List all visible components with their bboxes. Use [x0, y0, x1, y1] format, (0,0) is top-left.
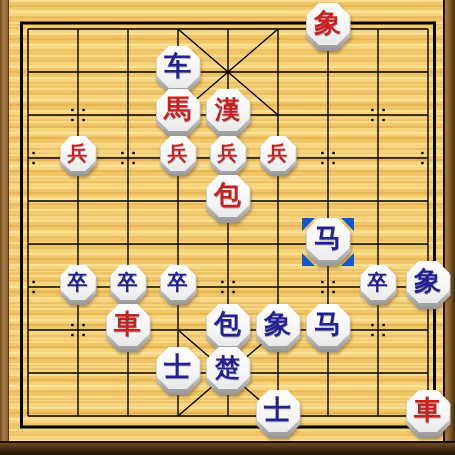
- piece-red-soldier[interactable]: 兵: [210, 136, 247, 176]
- piece-red-soldier[interactable]: 兵: [260, 136, 297, 176]
- piece-glyph-soldier: 兵: [60, 137, 96, 169]
- piece-glyph-soldier: 卒: [110, 266, 146, 298]
- piece-glyph-soldier: 兵: [160, 137, 196, 169]
- piece-blue-horse[interactable]: 马: [306, 218, 351, 266]
- piece-glyph-horse: 马: [306, 219, 350, 258]
- piece-glyph-chariot: 車: [106, 305, 150, 344]
- piece-red-horse[interactable]: 馬: [156, 89, 201, 137]
- piece-glyph-chariot: 车: [156, 47, 200, 86]
- piece-blue-chariot[interactable]: 车: [156, 46, 201, 94]
- piece-red-chariot[interactable]: 車: [406, 390, 451, 438]
- piece-glyph-horse: 马: [306, 305, 350, 344]
- piece-glyph-advisor: 士: [256, 391, 300, 430]
- xiangqi-board[interactable]: 象车馬漢兵兵兵兵包马卒卒卒卒象車包象马士楚士車: [0, 0, 455, 455]
- piece-blue-elephant[interactable]: 象: [256, 304, 301, 352]
- piece-blue-cannon[interactable]: 包: [206, 304, 251, 352]
- piece-glyph-advisor: 士: [156, 348, 200, 387]
- piece-glyph-soldier: 卒: [60, 266, 96, 298]
- piece-red-general[interactable]: 漢: [206, 89, 251, 137]
- piece-blue-advisor[interactable]: 士: [156, 347, 201, 395]
- piece-glyph-elephant: 象: [406, 262, 450, 301]
- piece-glyph-elephant: 象: [306, 4, 350, 43]
- piece-red-chariot[interactable]: 車: [106, 304, 151, 352]
- piece-blue-advisor[interactable]: 士: [256, 390, 301, 438]
- piece-red-cannon[interactable]: 包: [206, 175, 251, 223]
- piece-glyph-soldier: 兵: [210, 137, 246, 169]
- piece-glyph-general: 楚: [206, 348, 250, 387]
- piece-blue-soldier[interactable]: 卒: [60, 265, 97, 305]
- piece-glyph-cannon: 包: [206, 176, 250, 215]
- piece-red-soldier[interactable]: 兵: [60, 136, 97, 176]
- piece-blue-elephant[interactable]: 象: [406, 261, 451, 309]
- piece-glyph-soldier: 卒: [160, 266, 196, 298]
- piece-blue-soldier[interactable]: 卒: [160, 265, 197, 305]
- piece-glyph-cannon: 包: [206, 305, 250, 344]
- piece-blue-soldier[interactable]: 卒: [110, 265, 147, 305]
- piece-blue-horse[interactable]: 马: [306, 304, 351, 352]
- piece-blue-soldier[interactable]: 卒: [360, 265, 397, 305]
- piece-red-soldier[interactable]: 兵: [160, 136, 197, 176]
- piece-glyph-horse: 馬: [156, 90, 200, 129]
- piece-glyph-soldier: 卒: [360, 266, 396, 298]
- piece-blue-general[interactable]: 楚: [206, 347, 251, 395]
- piece-glyph-chariot: 車: [406, 391, 450, 430]
- piece-glyph-elephant: 象: [256, 305, 300, 344]
- piece-glyph-general: 漢: [206, 90, 250, 129]
- piece-red-elephant[interactable]: 象: [306, 3, 351, 51]
- piece-glyph-soldier: 兵: [260, 137, 296, 169]
